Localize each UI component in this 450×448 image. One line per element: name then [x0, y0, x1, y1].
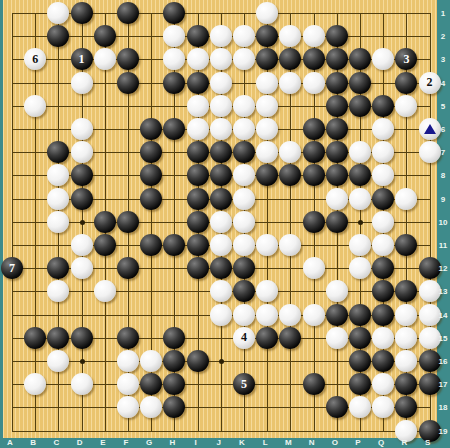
stone-N7[interactable]: [303, 141, 325, 163]
row-label-14: 14: [437, 311, 449, 320]
column-label-S: S: [422, 438, 434, 447]
stone-K9[interactable]: [233, 188, 255, 210]
stone-F15[interactable]: [117, 327, 139, 349]
stone-Q15[interactable]: [372, 327, 394, 349]
stone-K6[interactable]: [233, 118, 255, 140]
stone-R9[interactable]: [395, 188, 417, 210]
stone-N14[interactable]: [303, 304, 325, 326]
grid-line-h: [12, 431, 431, 432]
move-number-label: 6: [32, 52, 38, 67]
stone-K5[interactable]: [233, 95, 255, 117]
column-label-I: I: [190, 438, 202, 447]
column-label-F: F: [120, 438, 132, 447]
move-number-label: 1: [79, 52, 85, 67]
column-label-G: G: [143, 438, 155, 447]
stone-D12[interactable]: [71, 257, 93, 279]
column-label-M: M: [282, 438, 294, 447]
row-label-4: 4: [437, 79, 449, 88]
stone-L15[interactable]: [256, 327, 278, 349]
stone-L4[interactable]: [256, 72, 278, 94]
stone-P5[interactable]: [349, 95, 371, 117]
stone-I11[interactable]: [187, 234, 209, 256]
stone-F16[interactable]: [117, 350, 139, 372]
stone-E10[interactable]: [94, 211, 116, 233]
stone-I2[interactable]: [187, 25, 209, 47]
move-number-label: 5: [241, 377, 247, 392]
stone-O7[interactable]: [326, 141, 348, 163]
stone-J12[interactable]: [210, 257, 232, 279]
stone-J5[interactable]: [210, 95, 232, 117]
row-label-8: 8: [437, 171, 449, 180]
stone-M14[interactable]: [279, 304, 301, 326]
stone-K15[interactable]: 4: [233, 327, 255, 349]
star-point: [80, 359, 85, 364]
stone-O6[interactable]: [326, 118, 348, 140]
row-label-12: 12: [437, 264, 449, 273]
stone-N12[interactable]: [303, 257, 325, 279]
go-board-viewer: 613274512345678910111213141516171819ABCD…: [0, 0, 450, 448]
stone-N3[interactable]: [303, 48, 325, 70]
stone-K14[interactable]: [233, 304, 255, 326]
row-label-3: 3: [437, 55, 449, 64]
column-label-H: H: [166, 438, 178, 447]
column-label-D: D: [74, 438, 86, 447]
stone-J9[interactable]: [210, 188, 232, 210]
row-label-5: 5: [437, 102, 449, 111]
stone-H4[interactable]: [163, 72, 185, 94]
stone-I3[interactable]: [187, 48, 209, 70]
stone-J7[interactable]: [210, 141, 232, 163]
stone-N8[interactable]: [303, 164, 325, 186]
row-label-10: 10: [437, 218, 449, 227]
stone-J2[interactable]: [210, 25, 232, 47]
row-label-1: 1: [437, 9, 449, 18]
stone-O5[interactable]: [326, 95, 348, 117]
stone-N2[interactable]: [303, 25, 325, 47]
stone-I12[interactable]: [187, 257, 209, 279]
stone-O9[interactable]: [326, 188, 348, 210]
stone-D8[interactable]: [71, 164, 93, 186]
stone-L5[interactable]: [256, 95, 278, 117]
row-label-6: 6: [437, 125, 449, 134]
column-label-L: L: [259, 438, 271, 447]
stone-E11[interactable]: [94, 234, 116, 256]
stone-P16[interactable]: [349, 350, 371, 372]
column-label-R: R: [398, 438, 410, 447]
star-point: [219, 359, 224, 364]
move-number-label: 7: [9, 261, 15, 276]
row-label-13: 13: [437, 287, 449, 296]
stone-O10[interactable]: [326, 211, 348, 233]
stone-P9[interactable]: [349, 188, 371, 210]
column-label-J: J: [213, 438, 225, 447]
stone-I16[interactable]: [187, 350, 209, 372]
stone-I8[interactable]: [187, 164, 209, 186]
stone-C9[interactable]: [47, 188, 69, 210]
stone-P4[interactable]: [349, 72, 371, 94]
stone-B5[interactable]: [24, 95, 46, 117]
stone-M4[interactable]: [279, 72, 301, 94]
stone-O4[interactable]: [326, 72, 348, 94]
stone-N10[interactable]: [303, 211, 325, 233]
triangle-marker-icon: [424, 124, 436, 134]
stone-D1[interactable]: [71, 2, 93, 24]
stone-G9[interactable]: [140, 188, 162, 210]
row-label-18: 18: [437, 403, 449, 412]
column-label-E: E: [97, 438, 109, 447]
column-label-N: N: [306, 438, 318, 447]
column-label-A: A: [4, 438, 16, 447]
stone-N17[interactable]: [303, 373, 325, 395]
stone-P14[interactable]: [349, 304, 371, 326]
stone-J10[interactable]: [210, 211, 232, 233]
row-label-15: 15: [437, 334, 449, 343]
stone-J11[interactable]: [210, 234, 232, 256]
stone-Q5[interactable]: [372, 95, 394, 117]
stone-O2[interactable]: [326, 25, 348, 47]
column-label-B: B: [27, 438, 39, 447]
stone-I4[interactable]: [187, 72, 209, 94]
stone-D7[interactable]: [71, 141, 93, 163]
stone-J4[interactable]: [210, 72, 232, 94]
move-number-label: 3: [403, 52, 409, 67]
stone-P15[interactable]: [349, 327, 371, 349]
stone-N6[interactable]: [303, 118, 325, 140]
move-number-label: 2: [427, 75, 433, 90]
row-label-16: 16: [437, 357, 449, 366]
stone-R4[interactable]: [395, 72, 417, 94]
column-label-C: C: [50, 438, 62, 447]
column-label-K: K: [236, 438, 248, 447]
row-label-19: 19: [437, 427, 449, 436]
row-label-17: 17: [437, 380, 449, 389]
stone-J6[interactable]: [210, 118, 232, 140]
stone-D15[interactable]: [71, 327, 93, 349]
stone-O14[interactable]: [326, 304, 348, 326]
stone-K10[interactable]: [233, 211, 255, 233]
stone-R14[interactable]: [395, 304, 417, 326]
stone-D17[interactable]: [71, 373, 93, 395]
row-label-7: 7: [437, 148, 449, 157]
stone-D9[interactable]: [71, 188, 93, 210]
stone-I6[interactable]: [187, 118, 209, 140]
column-label-P: P: [352, 438, 364, 447]
star-point: [358, 220, 363, 225]
column-label-Q: Q: [375, 438, 387, 447]
star-point: [80, 220, 85, 225]
stone-I7[interactable]: [187, 141, 209, 163]
stone-K11[interactable]: [233, 234, 255, 256]
move-number-label: 4: [241, 330, 247, 345]
stone-O15[interactable]: [326, 327, 348, 349]
stone-J14[interactable]: [210, 304, 232, 326]
stone-Q14[interactable]: [372, 304, 394, 326]
stone-F4[interactable]: [117, 72, 139, 94]
column-label-O: O: [329, 438, 341, 447]
stone-B15[interactable]: [24, 327, 46, 349]
stone-F10[interactable]: [117, 211, 139, 233]
stone-D3[interactable]: 1: [71, 48, 93, 70]
stone-F1[interactable]: [117, 2, 139, 24]
stone-E2[interactable]: [94, 25, 116, 47]
stone-N4[interactable]: [303, 72, 325, 94]
stone-I5[interactable]: [187, 95, 209, 117]
row-label-9: 9: [437, 195, 449, 204]
stone-Q9[interactable]: [372, 188, 394, 210]
stone-Q10[interactable]: [372, 211, 394, 233]
stone-I10[interactable]: [187, 211, 209, 233]
row-label-2: 2: [437, 32, 449, 41]
row-label-11: 11: [437, 241, 449, 250]
stone-P11[interactable]: [349, 234, 371, 256]
stone-D4[interactable]: [71, 72, 93, 94]
stone-D6[interactable]: [71, 118, 93, 140]
stone-I9[interactable]: [187, 188, 209, 210]
stone-D11[interactable]: [71, 234, 93, 256]
stone-L14[interactable]: [256, 304, 278, 326]
